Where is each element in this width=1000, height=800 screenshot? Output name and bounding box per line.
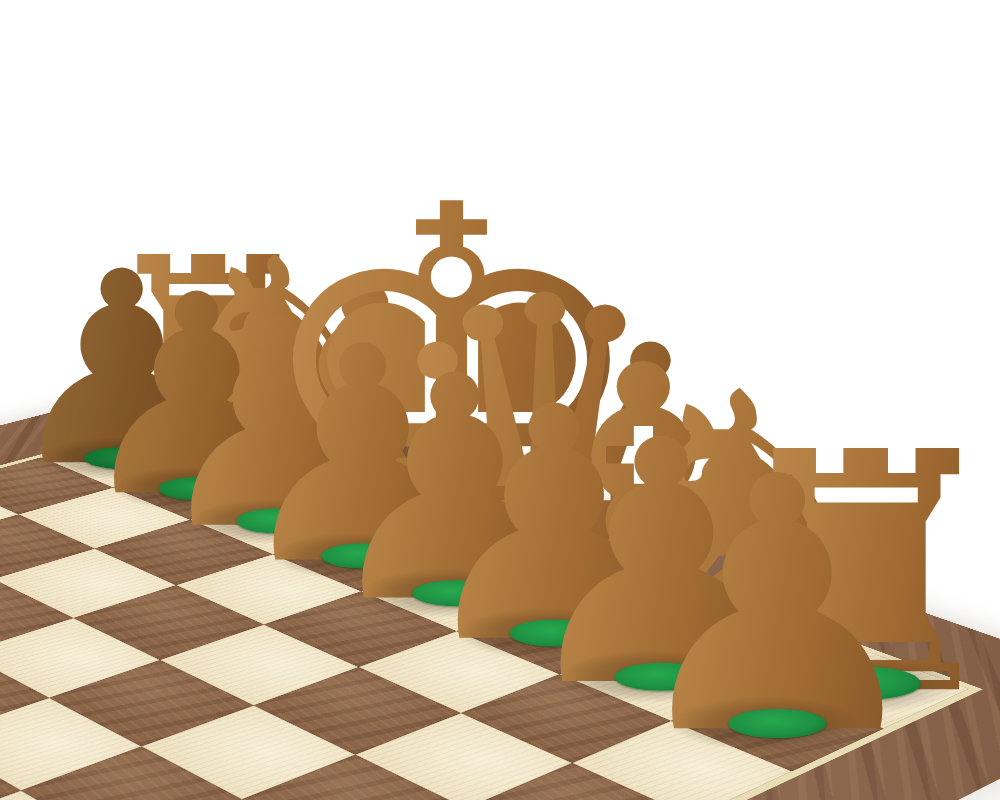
board-border: [0, 368, 1000, 800]
chess-set-photo: ♜♞♝♛♚♝♞♜♟♟♟♟♟♟♟♟: [0, 0, 1000, 800]
chess-board: [0, 411, 969, 800]
